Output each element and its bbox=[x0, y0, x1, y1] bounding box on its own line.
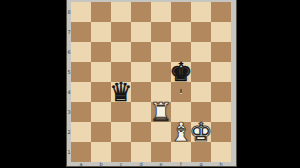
square-d8[interactable] bbox=[131, 2, 151, 22]
square-b6[interactable] bbox=[91, 42, 111, 62]
square-b4[interactable] bbox=[91, 82, 111, 102]
square-h2[interactable] bbox=[211, 122, 231, 142]
square-e5[interactable] bbox=[151, 62, 171, 82]
square-h8[interactable] bbox=[211, 2, 231, 22]
square-b5[interactable] bbox=[91, 62, 111, 82]
file-label-a: a bbox=[78, 162, 84, 167]
rank-label-7: 7 bbox=[67, 30, 71, 35]
square-a1[interactable] bbox=[71, 142, 91, 162]
letterbox-right bbox=[237, 0, 300, 168]
square-d1[interactable] bbox=[131, 142, 151, 162]
letterbox-left bbox=[0, 0, 66, 168]
square-a6[interactable] bbox=[71, 42, 91, 62]
square-h7[interactable] bbox=[211, 22, 231, 42]
rank-label-5: 5 bbox=[67, 70, 71, 75]
square-f5[interactable]: ♚ bbox=[171, 62, 191, 82]
file-label-b: b bbox=[98, 162, 104, 167]
square-e7[interactable] bbox=[151, 22, 171, 42]
square-c2[interactable] bbox=[111, 122, 131, 142]
square-g4[interactable] bbox=[191, 82, 211, 102]
square-g8[interactable] bbox=[191, 2, 211, 22]
white-king-g2[interactable]: ♚ bbox=[189, 122, 212, 142]
square-f2[interactable]: ♝ bbox=[171, 122, 191, 142]
square-b7[interactable] bbox=[91, 22, 111, 42]
square-a4[interactable] bbox=[71, 82, 91, 102]
file-label-e: e bbox=[158, 162, 164, 167]
square-c6[interactable] bbox=[111, 42, 131, 62]
square-d7[interactable] bbox=[131, 22, 151, 42]
square-h6[interactable] bbox=[211, 42, 231, 62]
black-king-f5[interactable]: ♚ bbox=[169, 62, 192, 82]
file-label-f: f bbox=[178, 162, 184, 167]
square-a7[interactable] bbox=[71, 22, 91, 42]
rank-label-8: 8 bbox=[67, 10, 71, 15]
square-c7[interactable] bbox=[111, 22, 131, 42]
file-label-c: c bbox=[118, 162, 124, 167]
square-b3[interactable] bbox=[91, 102, 111, 122]
square-g7[interactable] bbox=[191, 22, 211, 42]
square-g2[interactable]: ♚ bbox=[191, 122, 211, 142]
square-f8[interactable] bbox=[171, 2, 191, 22]
rank-label-6: 6 bbox=[67, 50, 71, 55]
rank-label-3: 3 bbox=[67, 110, 71, 115]
square-b2[interactable] bbox=[91, 122, 111, 142]
rank-label-1: 1 bbox=[67, 150, 71, 155]
square-b1[interactable] bbox=[91, 142, 111, 162]
square-g5[interactable] bbox=[191, 62, 211, 82]
square-a2[interactable] bbox=[71, 122, 91, 142]
chess-board: ♚♛♜♝♚ 87654321abcdefgh bbox=[66, 0, 237, 167]
square-a5[interactable] bbox=[71, 62, 91, 82]
square-d2[interactable] bbox=[131, 122, 151, 142]
square-c4[interactable]: ♛ bbox=[111, 82, 131, 102]
square-e3[interactable]: ♜ bbox=[151, 102, 171, 122]
square-g6[interactable] bbox=[191, 42, 211, 62]
chess-board-squares: ♚♛♜♝♚ bbox=[71, 2, 231, 162]
square-c8[interactable] bbox=[111, 2, 131, 22]
square-e6[interactable] bbox=[151, 42, 171, 62]
rank-label-4: 4 bbox=[67, 90, 71, 95]
square-h1[interactable] bbox=[211, 142, 231, 162]
file-label-g: g bbox=[198, 162, 204, 167]
square-h4[interactable] bbox=[211, 82, 231, 102]
black-queen-c4[interactable]: ♛ bbox=[109, 82, 132, 102]
rank-label-2: 2 bbox=[67, 130, 71, 135]
square-d6[interactable] bbox=[131, 42, 151, 62]
square-e8[interactable] bbox=[151, 2, 171, 22]
marker-dot bbox=[180, 89, 182, 93]
square-d5[interactable] bbox=[131, 62, 151, 82]
square-h5[interactable] bbox=[211, 62, 231, 82]
square-c1[interactable] bbox=[111, 142, 131, 162]
square-f7[interactable] bbox=[171, 22, 191, 42]
square-h3[interactable] bbox=[211, 102, 231, 122]
square-d3[interactable] bbox=[131, 102, 151, 122]
video-frame: ♚♛♜♝♚ 87654321abcdefgh bbox=[0, 0, 300, 168]
square-e1[interactable] bbox=[151, 142, 171, 162]
square-a3[interactable] bbox=[71, 102, 91, 122]
file-label-d: d bbox=[138, 162, 144, 167]
square-b8[interactable] bbox=[91, 2, 111, 22]
file-label-h: h bbox=[218, 162, 224, 167]
square-a8[interactable] bbox=[71, 2, 91, 22]
square-d4[interactable] bbox=[131, 82, 151, 102]
